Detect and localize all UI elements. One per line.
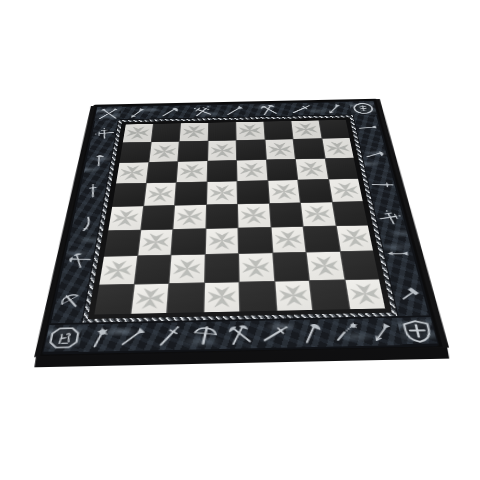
square-h6[interactable] [325, 158, 358, 179]
chess-board [36, 99, 445, 359]
maltese-cross-icon [241, 255, 271, 279]
square-a8[interactable] [123, 124, 153, 143]
square-h8[interactable] [319, 120, 349, 139]
maltese-cross-icon [324, 140, 351, 157]
square-c5[interactable] [175, 182, 206, 205]
axe-icon [158, 106, 182, 119]
square-e2[interactable] [239, 253, 274, 281]
frame-corner-top-right [349, 101, 377, 115]
square-h4[interactable] [332, 201, 367, 225]
maltese-cross-icon [146, 184, 174, 203]
square-g6[interactable] [296, 159, 328, 180]
square-d4[interactable] [206, 204, 238, 228]
square-d2[interactable] [205, 254, 239, 282]
square-b1[interactable] [131, 284, 168, 314]
square-f4[interactable] [269, 203, 302, 227]
maltese-cross-icon [172, 257, 202, 281]
square-b2[interactable] [134, 256, 170, 284]
frame-bottom-band [78, 318, 402, 352]
square-c1[interactable] [167, 283, 203, 313]
arrow-icon [382, 243, 414, 265]
sword-icon [260, 322, 292, 347]
square-h5[interactable] [329, 179, 363, 201]
axe-icon [361, 147, 387, 163]
square-d7[interactable] [208, 141, 236, 161]
square-b5[interactable] [144, 183, 176, 206]
frame-face [42, 101, 440, 355]
square-a1[interactable] [94, 284, 133, 314]
maltese-cross-icon [206, 284, 236, 310]
square-h3[interactable] [336, 225, 373, 251]
spear-icon [355, 120, 382, 135]
square-b8[interactable] [151, 123, 180, 142]
sword-icon [154, 323, 186, 349]
square-g8[interactable] [291, 120, 321, 139]
square-f7[interactable] [265, 140, 295, 160]
maltese-cross-icon [239, 161, 265, 179]
axe-icon [85, 153, 112, 170]
medallion-icon [350, 102, 375, 115]
square-b7[interactable] [149, 142, 179, 162]
arrow-icon [364, 319, 401, 345]
square-c3[interactable] [172, 229, 205, 255]
maltese-cross-icon [240, 205, 268, 226]
square-d8[interactable] [208, 122, 236, 141]
square-e8[interactable] [236, 122, 264, 141]
square-a4[interactable] [108, 206, 142, 230]
square-e5[interactable] [237, 181, 268, 204]
maltese-cross-icon [331, 181, 360, 200]
hammer-icon [392, 282, 424, 306]
frame-corner-top-left [94, 106, 122, 120]
square-f2[interactable] [273, 253, 309, 281]
square-e3[interactable] [239, 228, 272, 254]
square-g7[interactable] [294, 139, 325, 159]
flail-icon [331, 320, 361, 345]
square-h1[interactable] [345, 279, 385, 309]
square-g4[interactable] [301, 202, 335, 226]
crossed-axes-icon [256, 103, 281, 117]
sword-icon [78, 182, 107, 200]
mace-icon [84, 325, 114, 351]
square-d3[interactable] [205, 228, 238, 254]
square-c4[interactable] [173, 205, 205, 229]
board-perspective [66, 12, 409, 399]
square-d1[interactable] [204, 282, 239, 312]
arrow-icon [321, 102, 347, 115]
arrow-icon [126, 106, 149, 120]
square-a6[interactable] [116, 162, 148, 183]
square-d5[interactable] [207, 182, 237, 205]
square-h7[interactable] [322, 138, 354, 158]
crossbow-icon [188, 323, 221, 348]
maltese-cross-icon [277, 283, 309, 309]
shield-lion-icon [46, 326, 82, 351]
square-h2[interactable] [340, 251, 378, 279]
maltese-cross-icon [267, 141, 293, 158]
spear-icon [116, 325, 151, 350]
maltese-cross-icon [339, 227, 371, 249]
maltese-cross-icon [348, 281, 382, 307]
maltese-cross-icon [134, 286, 166, 312]
square-f8[interactable] [264, 121, 293, 140]
square-c6[interactable] [177, 161, 207, 182]
maltese-cross-icon [210, 142, 234, 159]
crossed-swords-icon [375, 208, 404, 227]
square-f5[interactable] [268, 180, 300, 202]
frame-corner-bottom-left [44, 324, 84, 351]
maltese-cross-icon [179, 163, 205, 181]
frame-corner-bottom-right [396, 317, 437, 344]
scimitar-icon [71, 214, 101, 234]
maltese-cross-icon [298, 160, 325, 178]
board-tilt-wrapper [0, 0, 480, 480]
sword-icon [290, 103, 312, 116]
square-a7[interactable] [120, 143, 151, 163]
maltese-cross-icon [102, 258, 134, 282]
square-g3[interactable] [304, 226, 340, 252]
maltese-cross-icon [273, 229, 303, 251]
rope-border [83, 115, 398, 322]
square-b6[interactable] [146, 162, 177, 183]
crossed-swords-icon [91, 126, 118, 141]
inner-black-margin [88, 117, 392, 319]
chessboard-photo [0, 0, 480, 480]
square-a5[interactable] [112, 183, 145, 206]
maltese-cross-icon [111, 208, 141, 229]
square-e1[interactable] [240, 281, 276, 311]
square-a3[interactable] [104, 230, 140, 256]
maltese-cross-icon [176, 206, 204, 227]
crossed-axes-icon [62, 249, 94, 271]
square-g1[interactable] [310, 280, 349, 310]
maltese-cross-icon [140, 231, 170, 253]
square-g2[interactable] [307, 252, 344, 280]
square-e4[interactable] [238, 203, 270, 227]
sword-icon [367, 176, 396, 194]
spear-icon [224, 104, 247, 117]
square-e7[interactable] [237, 140, 266, 160]
square-b4[interactable] [141, 205, 174, 229]
crossbow-icon [54, 289, 87, 314]
square-c7[interactable] [178, 141, 207, 161]
square-a2[interactable] [99, 256, 136, 284]
square-f6[interactable] [266, 159, 297, 180]
maltese-cross-icon [151, 143, 177, 160]
maltese-cross-icon [293, 122, 318, 138]
crossed-swords-icon [191, 105, 215, 119]
maltese-cross-icon [125, 125, 151, 141]
square-d6[interactable] [207, 160, 236, 181]
square-c2[interactable] [170, 255, 205, 283]
square-f3[interactable] [271, 227, 305, 253]
square-e6[interactable] [237, 160, 267, 181]
maltese-cross-icon [118, 164, 145, 182]
maltese-cross-icon [208, 230, 236, 252]
square-g5[interactable] [298, 180, 331, 202]
square-b3[interactable] [138, 230, 173, 256]
maltese-cross-icon [238, 123, 262, 139]
square-f1[interactable] [275, 281, 312, 311]
maltese-cross-icon [270, 182, 297, 201]
maltese-cross-icon [309, 254, 341, 278]
crossed-spears-icon [96, 107, 121, 120]
square-c8[interactable] [180, 123, 208, 142]
shield-cross-icon [399, 318, 436, 342]
maltese-cross-icon [182, 124, 206, 140]
maltese-cross-icon [209, 183, 235, 202]
axe-icon [294, 320, 329, 346]
maltese-cross-icon [303, 204, 332, 225]
board-grid [94, 120, 385, 315]
crossed-axes-icon [224, 322, 258, 348]
